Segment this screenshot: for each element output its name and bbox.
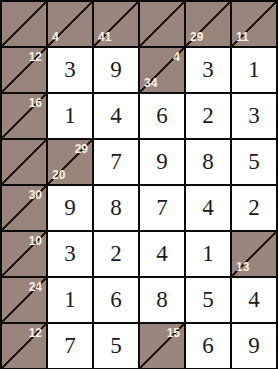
clue-cell: 434 <box>140 48 184 92</box>
down-clue-number: 29 <box>190 31 203 43</box>
clue-cell: 30 <box>2 186 46 230</box>
value-cell[interactable]: 1 <box>48 94 92 138</box>
across-clue-number: 29 <box>75 143 88 155</box>
kakuro-board: 4412911123943431161462329207985309874210… <box>0 0 278 369</box>
value-cell[interactable]: 7 <box>94 140 138 184</box>
across-clue-number: 10 <box>29 235 42 247</box>
value-cell[interactable]: 8 <box>94 186 138 230</box>
clue-cell: 4 <box>48 2 92 46</box>
value-cell[interactable]: 5 <box>186 278 230 322</box>
down-clue-number: 34 <box>144 77 157 89</box>
value-cell[interactable]: 2 <box>186 94 230 138</box>
value-cell[interactable]: 5 <box>232 140 276 184</box>
down-clue-number: 13 <box>236 261 249 273</box>
value-cell[interactable]: 1 <box>186 232 230 276</box>
clue-cell: 10 <box>2 232 46 276</box>
clue-cell: 11 <box>232 2 276 46</box>
across-clue-number: 30 <box>29 189 42 201</box>
down-clue-number: 11 <box>236 31 249 43</box>
clue-cell: 29 <box>186 2 230 46</box>
across-clue-number: 16 <box>29 97 42 109</box>
value-cell[interactable]: 7 <box>48 324 92 368</box>
clue-cell: 41 <box>94 2 138 46</box>
value-cell[interactable]: 3 <box>48 48 92 92</box>
blank-clue-cell <box>140 2 184 46</box>
clue-cell: 15 <box>140 324 184 368</box>
clue-cell: 12 <box>2 324 46 368</box>
value-cell[interactable]: 3 <box>48 232 92 276</box>
across-clue-number: 4 <box>173 51 180 63</box>
blank-clue-cell <box>2 140 46 184</box>
clue-cell: 13 <box>232 232 276 276</box>
down-clue-number: 20 <box>52 169 65 181</box>
value-cell[interactable]: 4 <box>186 186 230 230</box>
clue-cell: 2920 <box>48 140 92 184</box>
value-cell[interactable]: 6 <box>140 94 184 138</box>
blank-clue-cell <box>2 2 46 46</box>
value-cell[interactable]: 5 <box>94 324 138 368</box>
value-cell[interactable]: 9 <box>48 186 92 230</box>
down-clue-number: 41 <box>98 31 111 43</box>
clue-cell: 12 <box>2 48 46 92</box>
value-cell[interactable]: 1 <box>48 278 92 322</box>
value-cell[interactable]: 1 <box>232 48 276 92</box>
value-cell[interactable]: 7 <box>140 186 184 230</box>
value-cell[interactable]: 2 <box>94 232 138 276</box>
value-cell[interactable]: 9 <box>140 140 184 184</box>
across-clue-number: 12 <box>29 51 42 63</box>
value-cell[interactable]: 9 <box>232 324 276 368</box>
across-clue-number: 12 <box>29 327 42 339</box>
value-cell[interactable]: 9 <box>94 48 138 92</box>
value-cell[interactable]: 3 <box>186 48 230 92</box>
across-clue-number: 24 <box>29 281 42 293</box>
across-clue-number: 15 <box>167 327 180 339</box>
value-cell[interactable]: 4 <box>232 278 276 322</box>
value-cell[interactable]: 3 <box>232 94 276 138</box>
value-cell[interactable]: 8 <box>140 278 184 322</box>
clue-cell: 16 <box>2 94 46 138</box>
value-cell[interactable]: 4 <box>94 94 138 138</box>
value-cell[interactable]: 2 <box>232 186 276 230</box>
value-cell[interactable]: 6 <box>94 278 138 322</box>
value-cell[interactable]: 4 <box>140 232 184 276</box>
down-clue-number: 4 <box>52 31 59 43</box>
value-cell[interactable]: 8 <box>186 140 230 184</box>
value-cell[interactable]: 6 <box>186 324 230 368</box>
clue-cell: 24 <box>2 278 46 322</box>
